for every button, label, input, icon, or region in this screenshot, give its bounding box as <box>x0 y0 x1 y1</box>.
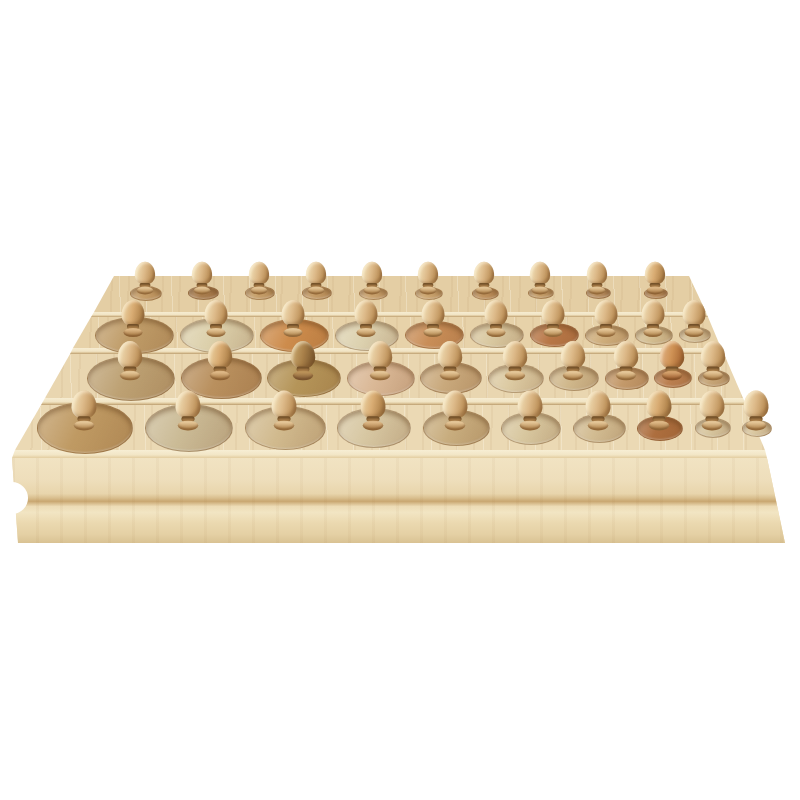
cylinder-knob <box>436 341 464 381</box>
cylinder-knob <box>280 300 306 338</box>
knob-foot <box>445 421 466 431</box>
cylinder-knob <box>70 390 98 431</box>
cylinder-knob <box>120 300 146 338</box>
cylinder-knob <box>644 262 667 295</box>
knob-head <box>700 390 725 418</box>
knob-foot <box>588 421 609 431</box>
knob-head <box>122 300 145 326</box>
knob-foot <box>370 371 390 381</box>
knob-foot <box>207 328 226 337</box>
knob-head <box>118 341 142 369</box>
knob-foot <box>284 328 303 337</box>
knob-head <box>660 341 684 369</box>
knob-foot <box>308 286 325 294</box>
cylinder-knob <box>612 341 640 381</box>
knob-foot <box>364 286 381 294</box>
cylinder-knob <box>305 262 328 295</box>
knob-head <box>683 300 706 326</box>
knob-foot <box>597 328 616 337</box>
knob-foot <box>420 286 437 294</box>
knob-foot <box>440 371 460 381</box>
cylinder-knob <box>529 262 552 295</box>
knob-head <box>422 300 445 326</box>
knob-head <box>744 390 769 418</box>
knob-foot <box>563 371 583 381</box>
cylinder-knob <box>698 390 726 431</box>
knob-head <box>614 341 638 369</box>
cylinder-knob <box>174 390 202 431</box>
knob-head <box>561 341 585 369</box>
cylinder-knob <box>420 300 446 338</box>
cylinder-knob <box>540 300 566 338</box>
knob-head <box>518 390 543 418</box>
knob-head <box>205 300 228 326</box>
knob-foot <box>616 371 636 381</box>
cylinder-knob <box>248 262 271 295</box>
knob-foot <box>357 328 376 337</box>
knob-head <box>176 390 201 418</box>
knob-foot <box>274 421 295 431</box>
knob-head <box>443 390 468 418</box>
knob-head <box>282 300 305 326</box>
knob-head <box>355 300 378 326</box>
knob-head <box>530 262 550 285</box>
knob-head <box>192 262 212 285</box>
knob-head <box>306 262 326 285</box>
knob-foot <box>137 286 154 294</box>
knob-head <box>485 300 508 326</box>
knob-head <box>438 341 462 369</box>
cylinder-knob <box>501 341 529 381</box>
knob-foot <box>505 371 525 381</box>
cylinder-knob <box>516 390 544 431</box>
knob-head <box>595 300 618 326</box>
knob-foot <box>649 421 670 431</box>
knob-head <box>586 390 611 418</box>
knob-foot <box>532 286 549 294</box>
knob-foot <box>589 286 606 294</box>
cylinder-knob <box>289 341 317 381</box>
knob-foot <box>210 371 230 381</box>
knob-foot <box>746 421 767 431</box>
knob-foot <box>647 286 664 294</box>
cylinder-knob <box>658 341 686 381</box>
cylinder-knob <box>206 341 234 381</box>
cylinder-knob <box>441 390 469 431</box>
knob-foot <box>251 286 268 294</box>
knob-foot <box>194 286 211 294</box>
knob-head <box>645 262 665 285</box>
knob-head <box>503 341 527 369</box>
knob-foot <box>74 421 95 431</box>
cylinder-knob <box>473 262 496 295</box>
knob-head <box>474 262 494 285</box>
knob-head <box>361 390 386 418</box>
knob-foot <box>487 328 506 337</box>
knob-foot <box>178 421 199 431</box>
cylinder-knob <box>640 300 666 338</box>
cylinder-knob <box>134 262 157 295</box>
knob-foot <box>685 328 704 337</box>
knob-head <box>362 262 382 285</box>
cylinder-knob <box>699 341 727 381</box>
knob-head <box>291 341 315 369</box>
knob-foot <box>124 328 143 337</box>
knob-foot <box>120 371 140 381</box>
cylinder-knob <box>681 300 707 338</box>
cylinder-knob <box>559 341 587 381</box>
knob-head <box>249 262 269 285</box>
cylinder-knob <box>359 390 387 431</box>
knob-foot <box>702 421 723 431</box>
cylinder-knob <box>116 341 144 381</box>
cylinder-grid <box>0 0 800 800</box>
knob-head <box>418 262 438 285</box>
cylinder-knob <box>361 262 384 295</box>
knob-foot <box>544 328 563 337</box>
knob-foot <box>520 421 541 431</box>
cylinder-knob <box>593 300 619 338</box>
knob-foot <box>476 286 493 294</box>
knob-foot <box>662 371 682 381</box>
knob-head <box>642 300 665 326</box>
knob-head <box>368 341 392 369</box>
cylinder-knob <box>483 300 509 338</box>
knob-foot <box>644 328 663 337</box>
knob-head <box>701 341 725 369</box>
knob-head <box>135 262 155 285</box>
knob-foot <box>363 421 384 431</box>
cylinder-knob <box>584 390 612 431</box>
cylinder-knob <box>645 390 673 431</box>
cylinder-knob <box>417 262 440 295</box>
cylinder-knob <box>366 341 394 381</box>
cylinder-knob <box>203 300 229 338</box>
knob-head <box>542 300 565 326</box>
photo-background <box>0 0 800 800</box>
cylinder-knob <box>270 390 298 431</box>
knob-foot <box>703 371 723 381</box>
knob-head <box>72 390 97 418</box>
cylinder-knob <box>353 300 379 338</box>
cylinder-knob <box>742 390 770 431</box>
knob-foot <box>424 328 443 337</box>
knob-foot <box>293 371 313 381</box>
knob-head <box>647 390 672 418</box>
knob-head <box>272 390 297 418</box>
cylinder-knob <box>586 262 609 295</box>
cylinder-knob <box>191 262 214 295</box>
knob-head <box>208 341 232 369</box>
knob-head <box>587 262 607 285</box>
